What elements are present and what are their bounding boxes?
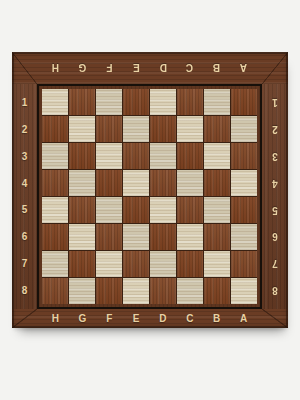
rank-label-1: 1 [262, 89, 288, 116]
file-label-e: E [123, 309, 150, 328]
rank-label-7: 7 [262, 250, 288, 277]
rank-label-6: 6 [12, 223, 37, 250]
square-e6[interactable] [123, 224, 149, 250]
file-label-h: H [42, 309, 69, 328]
square-h8[interactable] [42, 278, 68, 304]
square-g3[interactable] [69, 143, 95, 169]
file-label-b: B [203, 52, 230, 84]
frame-bottom-band [12, 309, 288, 328]
chess-board: HGFEDCBA HGFEDCBA 12345678 12345678 [12, 52, 288, 328]
square-g5[interactable] [69, 197, 95, 223]
file-label-g: G [69, 309, 96, 328]
rank-labels-right: 12345678 [262, 89, 288, 304]
square-a1[interactable] [231, 89, 257, 115]
square-g1[interactable] [69, 89, 95, 115]
square-g6[interactable] [69, 224, 95, 250]
squares-grid [42, 89, 257, 304]
photo-background: HGFEDCBA HGFEDCBA 12345678 12345678 [0, 0, 300, 400]
rank-label-1: 1 [12, 89, 37, 116]
rank-label-6: 6 [262, 223, 288, 250]
square-a6[interactable] [231, 224, 257, 250]
square-d1[interactable] [150, 89, 176, 115]
rank-labels-left: 12345678 [12, 89, 37, 304]
square-g2[interactable] [69, 116, 95, 142]
square-b1[interactable] [204, 89, 230, 115]
square-a8[interactable] [231, 278, 257, 304]
rank-label-5: 5 [262, 197, 288, 224]
file-label-a: A [230, 52, 257, 84]
square-h4[interactable] [42, 170, 68, 196]
square-f2[interactable] [96, 116, 122, 142]
square-c1[interactable] [177, 89, 203, 115]
square-g4[interactable] [69, 170, 95, 196]
square-f4[interactable] [96, 170, 122, 196]
square-f3[interactable] [96, 143, 122, 169]
square-b5[interactable] [204, 197, 230, 223]
square-f1[interactable] [96, 89, 122, 115]
file-label-f: F [96, 309, 123, 328]
file-label-b: B [203, 309, 230, 328]
file-label-f: F [96, 52, 123, 84]
file-labels-bottom: HGFEDCBA [42, 309, 257, 328]
square-h7[interactable] [42, 251, 68, 277]
rank-label-7: 7 [12, 250, 37, 277]
square-f8[interactable] [96, 278, 122, 304]
square-b3[interactable] [204, 143, 230, 169]
playing-field-border [37, 84, 262, 309]
file-label-c: C [176, 309, 203, 328]
square-a3[interactable] [231, 143, 257, 169]
square-d5[interactable] [150, 197, 176, 223]
rank-label-3: 3 [262, 143, 288, 170]
square-c7[interactable] [177, 251, 203, 277]
square-d7[interactable] [150, 251, 176, 277]
square-d8[interactable] [150, 278, 176, 304]
rank-label-3: 3 [12, 143, 37, 170]
square-h2[interactable] [42, 116, 68, 142]
frame-miter-bottom-left [12, 309, 37, 328]
square-b8[interactable] [204, 278, 230, 304]
square-f6[interactable] [96, 224, 122, 250]
file-label-h: H [42, 52, 69, 84]
square-e1[interactable] [123, 89, 149, 115]
square-g7[interactable] [69, 251, 95, 277]
square-a4[interactable] [231, 170, 257, 196]
rank-label-5: 5 [12, 197, 37, 224]
rank-label-4: 4 [12, 170, 37, 197]
square-d2[interactable] [150, 116, 176, 142]
square-c8[interactable] [177, 278, 203, 304]
file-label-c: C [176, 52, 203, 84]
rank-label-8: 8 [262, 277, 288, 304]
square-g8[interactable] [69, 278, 95, 304]
square-b2[interactable] [204, 116, 230, 142]
file-label-e: E [123, 52, 150, 84]
square-h1[interactable] [42, 89, 68, 115]
square-b6[interactable] [204, 224, 230, 250]
file-labels-top: HGFEDCBA [42, 52, 257, 84]
square-e2[interactable] [123, 116, 149, 142]
square-b4[interactable] [204, 170, 230, 196]
square-h3[interactable] [42, 143, 68, 169]
square-e8[interactable] [123, 278, 149, 304]
file-label-g: G [69, 52, 96, 84]
frame-miter-top-left [12, 52, 37, 84]
square-e7[interactable] [123, 251, 149, 277]
square-d4[interactable] [150, 170, 176, 196]
square-a2[interactable] [231, 116, 257, 142]
square-c4[interactable] [177, 170, 203, 196]
square-d3[interactable] [150, 143, 176, 169]
square-f7[interactable] [96, 251, 122, 277]
square-e5[interactable] [123, 197, 149, 223]
rank-label-8: 8 [12, 277, 37, 304]
frame-miter-top-right [262, 52, 288, 84]
square-a5[interactable] [231, 197, 257, 223]
square-e4[interactable] [123, 170, 149, 196]
square-c6[interactable] [177, 224, 203, 250]
file-label-d: D [150, 309, 177, 328]
square-f5[interactable] [96, 197, 122, 223]
rank-label-4: 4 [262, 170, 288, 197]
frame-miter-bottom-right [262, 309, 288, 328]
rank-label-2: 2 [262, 116, 288, 143]
file-label-d: D [150, 52, 177, 84]
square-d6[interactable] [150, 224, 176, 250]
square-c2[interactable] [177, 116, 203, 142]
square-c5[interactable] [177, 197, 203, 223]
square-a7[interactable] [231, 251, 257, 277]
frame-top-band [12, 52, 288, 84]
file-label-a: A [230, 309, 257, 328]
rank-label-2: 2 [12, 116, 37, 143]
square-b7[interactable] [204, 251, 230, 277]
square-c3[interactable] [177, 143, 203, 169]
square-h5[interactable] [42, 197, 68, 223]
square-h6[interactable] [42, 224, 68, 250]
square-e3[interactable] [123, 143, 149, 169]
